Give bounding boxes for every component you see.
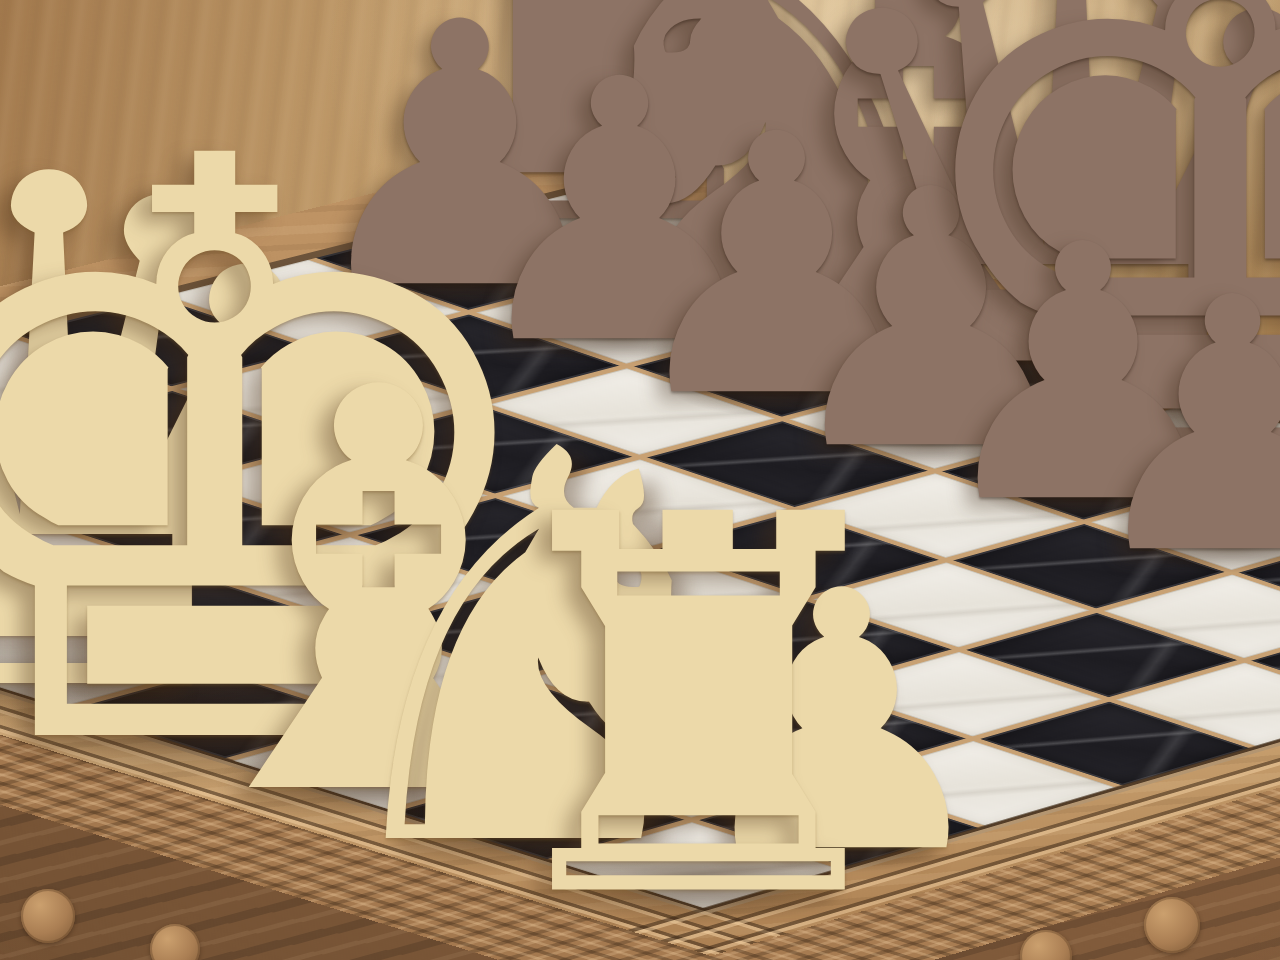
piece-white-rook[interactable]: ♜	[465, 449, 931, 960]
pieces-layer: ♜♟♞♟♝♟♛♟♚♟♟♛♚♝♞♟♜	[0, 0, 1280, 960]
piece-black-pawn[interactable]: ♟	[1076, 253, 1280, 602]
